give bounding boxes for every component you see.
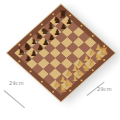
- brass-stud: [52, 90, 55, 93]
- brass-stud: [103, 59, 106, 62]
- brass-stud: [69, 14, 72, 17]
- right-dimension-label: 29cm: [97, 86, 112, 92]
- brass-stud: [80, 79, 83, 82]
- left-dimension-line: [4, 90, 25, 108]
- brass-stud: [40, 80, 43, 83]
- brass-stud: [103, 45, 106, 48]
- brass-stud: [69, 89, 72, 92]
- brass-stud: [40, 23, 43, 26]
- left-dimension-label: 29cm: [9, 80, 24, 86]
- product-photo: ♜♞♝♛♚♝♞♜♟♟♟♟♟♟♟♟♟♟♟♟♟♟♟♟♜♞♝♛♚♝♞♜ 29cm 29…: [0, 0, 120, 120]
- brass-stud: [80, 24, 83, 27]
- chess-board: ♜♞♝♛♚♝♞♜♟♟♟♟♟♟♟♟♟♟♟♟♟♟♟♟♜♞♝♛♚♝♞♜: [14, 11, 107, 95]
- brass-stud: [29, 33, 32, 36]
- brass-stud: [91, 69, 94, 72]
- brass-stud: [91, 34, 94, 37]
- brass-stud: [52, 13, 55, 16]
- brass-stud: [18, 60, 21, 63]
- brass-stud: [18, 43, 21, 46]
- brass-stud: [29, 70, 32, 73]
